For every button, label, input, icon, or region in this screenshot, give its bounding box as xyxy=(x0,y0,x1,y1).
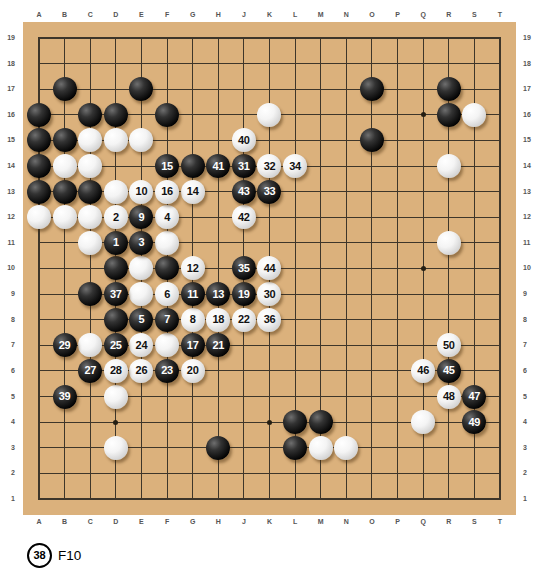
coord-label-bottom-E: E xyxy=(139,518,144,526)
stone-number: 15 xyxy=(161,161,173,172)
coord-label-left-1: 1 xyxy=(1,495,15,503)
coord-label-right-3: 3 xyxy=(523,444,537,452)
stone-E8: 5 xyxy=(129,308,153,332)
coord-label-right-15: 15 xyxy=(523,136,537,144)
stone-F9: 6 xyxy=(155,282,179,306)
stone-F13: 16 xyxy=(155,180,179,204)
stone-B15 xyxy=(53,128,77,152)
coord-label-right-9: 9 xyxy=(523,290,537,298)
stone-C13 xyxy=(78,180,102,204)
stone-L3 xyxy=(283,436,307,460)
stone-number: 13 xyxy=(212,289,224,300)
coord-label-top-J: J xyxy=(242,11,246,19)
stone-D8 xyxy=(104,308,128,332)
stone-G14 xyxy=(181,154,205,178)
coord-label-left-19: 19 xyxy=(1,34,15,42)
stone-number: 45 xyxy=(443,365,455,376)
coord-label-right-11: 11 xyxy=(523,239,537,247)
stone-number: 6 xyxy=(164,289,170,300)
grid-line xyxy=(346,38,347,500)
stone-number: 27 xyxy=(84,365,96,376)
coord-label-left-3: 3 xyxy=(1,444,15,452)
coord-label-top-N: N xyxy=(344,11,349,19)
stone-E13: 10 xyxy=(129,180,153,204)
stone-G9: 11 xyxy=(181,282,205,306)
stone-B17 xyxy=(53,77,77,101)
stone-D16 xyxy=(104,103,128,127)
stone-number: 18 xyxy=(212,314,224,325)
coord-label-right-7: 7 xyxy=(523,341,537,349)
stone-number: 22 xyxy=(238,314,250,325)
stone-D11: 1 xyxy=(104,231,128,255)
coord-label-top-E: E xyxy=(139,11,144,19)
coord-label-left-9: 9 xyxy=(1,290,15,298)
stone-number: 47 xyxy=(469,391,481,402)
stone-D7: 25 xyxy=(104,333,128,357)
coord-label-bottom-R: R xyxy=(446,518,451,526)
stone-number: 32 xyxy=(264,161,276,172)
stone-R17 xyxy=(437,77,461,101)
stone-C6: 27 xyxy=(78,359,102,383)
coord-label-top-K: K xyxy=(267,11,272,19)
coord-label-right-10: 10 xyxy=(523,264,537,272)
stone-D13 xyxy=(104,180,128,204)
coord-label-top-O: O xyxy=(369,11,374,19)
stone-number: 1 xyxy=(113,237,119,248)
stone-number: 34 xyxy=(289,161,301,172)
coord-label-top-T: T xyxy=(498,11,502,19)
stone-number: 46 xyxy=(417,365,429,376)
caption-move-number: 38 xyxy=(33,549,45,561)
grid-line xyxy=(39,473,501,474)
stone-J13: 43 xyxy=(232,180,256,204)
stone-R14 xyxy=(437,154,461,178)
coord-label-left-5: 5 xyxy=(1,393,15,401)
coord-label-bottom-K: K xyxy=(267,518,272,526)
stone-number: 10 xyxy=(136,186,148,197)
stone-R6: 45 xyxy=(437,359,461,383)
stone-number: 39 xyxy=(59,391,71,402)
coord-label-top-M: M xyxy=(318,11,324,19)
coord-label-top-F: F xyxy=(165,11,169,19)
stone-number: 41 xyxy=(212,161,224,172)
stone-number: 20 xyxy=(187,365,199,376)
go-diagram-page: 1234567891011121314151617181920212223242… xyxy=(0,0,540,578)
stone-A13 xyxy=(27,180,51,204)
stone-S5: 47 xyxy=(462,385,486,409)
coord-label-bottom-J: J xyxy=(242,518,246,526)
stone-number: 17 xyxy=(187,340,199,351)
stone-number: 50 xyxy=(443,340,455,351)
coord-label-left-14: 14 xyxy=(1,162,15,170)
stone-B7: 29 xyxy=(53,333,77,357)
stone-D6: 28 xyxy=(104,359,128,383)
stone-F16 xyxy=(155,103,179,127)
stone-H3 xyxy=(206,436,230,460)
stone-number: 44 xyxy=(264,263,276,274)
stone-R5: 48 xyxy=(437,385,461,409)
coord-label-left-4: 4 xyxy=(1,418,15,426)
caption-move-coordinate: F10 xyxy=(58,548,81,563)
stone-J12: 42 xyxy=(232,205,256,229)
coord-label-left-18: 18 xyxy=(1,60,15,68)
stone-A14 xyxy=(27,154,51,178)
stone-M4 xyxy=(309,410,333,434)
coord-label-bottom-G: G xyxy=(190,518,195,526)
coord-label-right-17: 17 xyxy=(523,85,537,93)
coord-label-top-Q: Q xyxy=(420,11,425,19)
stone-D12: 2 xyxy=(104,205,128,229)
stone-number: 49 xyxy=(469,417,481,428)
stone-number: 4 xyxy=(164,212,170,223)
coord-label-top-S: S xyxy=(472,11,477,19)
stone-B5: 39 xyxy=(53,385,77,409)
coord-label-top-R: R xyxy=(446,11,451,19)
grid-line xyxy=(397,38,398,500)
coord-label-bottom-S: S xyxy=(472,518,477,526)
coord-label-right-16: 16 xyxy=(523,111,537,119)
stone-number: 16 xyxy=(161,186,173,197)
stone-F6: 23 xyxy=(155,359,179,383)
coord-label-right-14: 14 xyxy=(523,162,537,170)
stone-number: 31 xyxy=(238,161,250,172)
coord-label-left-6: 6 xyxy=(1,367,15,375)
coord-label-bottom-M: M xyxy=(318,518,324,526)
stone-number: 25 xyxy=(110,340,122,351)
stone-number: 33 xyxy=(264,186,276,197)
coord-label-left-2: 2 xyxy=(1,469,15,477)
coord-label-bottom-L: L xyxy=(293,518,297,526)
stone-L14: 34 xyxy=(283,154,307,178)
star-point-Q10 xyxy=(421,266,426,271)
coord-label-bottom-N: N xyxy=(344,518,349,526)
coord-label-right-5: 5 xyxy=(523,393,537,401)
coord-label-top-L: L xyxy=(293,11,297,19)
coord-label-right-13: 13 xyxy=(523,188,537,196)
stone-N3 xyxy=(334,436,358,460)
coord-label-right-12: 12 xyxy=(523,213,537,221)
stone-number: 30 xyxy=(264,289,276,300)
coord-label-bottom-P: P xyxy=(395,518,400,526)
stone-K13: 33 xyxy=(257,180,281,204)
stone-J14: 31 xyxy=(232,154,256,178)
stone-number: 42 xyxy=(238,212,250,223)
stone-D5 xyxy=(104,385,128,409)
coord-label-right-6: 6 xyxy=(523,367,537,375)
stone-G7: 17 xyxy=(181,333,205,357)
coord-label-top-H: H xyxy=(216,11,221,19)
stone-number: 12 xyxy=(187,263,199,274)
coord-label-top-B: B xyxy=(62,11,67,19)
stone-number: 2 xyxy=(113,212,119,223)
stone-number: 28 xyxy=(110,365,122,376)
stone-number: 11 xyxy=(187,289,198,300)
stone-R16 xyxy=(437,103,461,127)
stone-B14 xyxy=(53,154,77,178)
stone-B13 xyxy=(53,180,77,204)
coord-label-top-D: D xyxy=(113,11,118,19)
stone-number: 48 xyxy=(443,391,455,402)
stone-C16 xyxy=(78,103,102,127)
stone-number: 35 xyxy=(238,263,250,274)
coord-label-left-16: 16 xyxy=(1,111,15,119)
coord-label-left-13: 13 xyxy=(1,188,15,196)
stone-B12 xyxy=(53,205,77,229)
coord-label-left-11: 11 xyxy=(1,239,15,247)
coord-label-left-8: 8 xyxy=(1,316,15,324)
stone-G10: 12 xyxy=(181,256,205,280)
coord-label-right-19: 19 xyxy=(523,34,537,42)
stone-Q6: 46 xyxy=(411,359,435,383)
coord-label-left-17: 17 xyxy=(1,85,15,93)
coord-label-bottom-T: T xyxy=(498,518,502,526)
coord-label-bottom-Q: Q xyxy=(420,518,425,526)
coord-label-right-4: 4 xyxy=(523,418,537,426)
caption-move-stone: 38 xyxy=(27,543,52,568)
stone-H8: 18 xyxy=(206,308,230,332)
grid-line xyxy=(371,38,372,500)
stone-number: 21 xyxy=(212,340,224,351)
coord-label-top-P: P xyxy=(395,11,400,19)
coord-label-bottom-F: F xyxy=(165,518,169,526)
coord-label-right-8: 8 xyxy=(523,316,537,324)
stone-G13: 14 xyxy=(181,180,205,204)
coord-label-bottom-A: A xyxy=(36,518,41,526)
stone-number: 37 xyxy=(110,289,122,300)
coord-label-bottom-H: H xyxy=(216,518,221,526)
stone-number: 29 xyxy=(59,340,71,351)
stone-O17 xyxy=(360,77,384,101)
coord-label-bottom-C: C xyxy=(88,518,93,526)
stone-number: 24 xyxy=(136,340,148,351)
coord-label-left-15: 15 xyxy=(1,136,15,144)
stone-A16 xyxy=(27,103,51,127)
stone-number: 3 xyxy=(139,237,145,248)
coord-label-top-A: A xyxy=(36,11,41,19)
coord-label-top-G: G xyxy=(190,11,195,19)
stone-number: 43 xyxy=(238,186,250,197)
coord-label-left-7: 7 xyxy=(1,341,15,349)
stone-F14: 15 xyxy=(155,154,179,178)
stone-number: 7 xyxy=(164,314,170,325)
stone-M3 xyxy=(309,436,333,460)
grid-line xyxy=(39,498,501,499)
coord-label-right-18: 18 xyxy=(523,60,537,68)
coord-label-right-2: 2 xyxy=(523,469,537,477)
coord-label-right-1: 1 xyxy=(523,495,537,503)
stone-C11 xyxy=(78,231,102,255)
stone-number: 8 xyxy=(190,314,196,325)
coord-label-bottom-D: D xyxy=(113,518,118,526)
stone-R7: 50 xyxy=(437,333,461,357)
coord-label-bottom-B: B xyxy=(62,518,67,526)
stone-D9: 37 xyxy=(104,282,128,306)
stone-J8: 22 xyxy=(232,308,256,332)
coord-label-bottom-O: O xyxy=(369,518,374,526)
stone-J9: 19 xyxy=(232,282,256,306)
stone-number: 5 xyxy=(139,314,145,325)
go-board: 1234567891011121314151617181920212223242… xyxy=(23,22,516,515)
stone-number: 19 xyxy=(238,289,250,300)
grid-line xyxy=(499,38,500,500)
stone-F8: 7 xyxy=(155,308,179,332)
stone-F11 xyxy=(155,231,179,255)
caption: 38 F10 xyxy=(27,541,81,569)
coord-label-left-10: 10 xyxy=(1,264,15,272)
coord-label-left-12: 12 xyxy=(1,213,15,221)
stone-D3 xyxy=(104,436,128,460)
stone-R11 xyxy=(437,231,461,255)
coord-label-top-C: C xyxy=(88,11,93,19)
stone-number: 26 xyxy=(136,365,148,376)
stone-number: 14 xyxy=(187,186,199,197)
stone-number: 9 xyxy=(139,212,145,223)
stone-number: 36 xyxy=(264,314,276,325)
stone-number: 23 xyxy=(161,365,173,376)
star-point-K4 xyxy=(267,420,272,425)
stone-number: 40 xyxy=(238,135,250,146)
stone-G8: 8 xyxy=(181,308,205,332)
stone-G6: 20 xyxy=(181,359,205,383)
